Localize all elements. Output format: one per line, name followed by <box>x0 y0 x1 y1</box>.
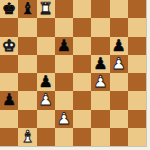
square-f5[interactable]: ♟ <box>91 55 109 73</box>
square-a7[interactable] <box>0 18 18 36</box>
square-g7[interactable] <box>110 18 128 36</box>
square-b8[interactable]: ♝ <box>18 0 36 18</box>
square-c1[interactable] <box>37 128 55 146</box>
piece-black-pawn[interactable]: ♟ <box>111 37 125 55</box>
chessboard-stage: ♚♝♜♚♟♟♟♟♟♟♟♟♟♝ <box>0 0 150 150</box>
square-f2[interactable] <box>91 110 109 128</box>
square-g6[interactable]: ♟ <box>110 37 128 55</box>
square-a5[interactable] <box>0 55 18 73</box>
piece-white-pawn[interactable]: ♟ <box>111 55 125 73</box>
square-d7[interactable] <box>55 18 73 36</box>
square-d1[interactable] <box>55 128 73 146</box>
square-h4[interactable] <box>128 73 146 91</box>
square-g3[interactable] <box>110 91 128 109</box>
square-a1[interactable] <box>0 128 18 146</box>
square-f1[interactable] <box>91 128 109 146</box>
square-h8[interactable] <box>128 0 146 18</box>
piece-white-king[interactable]: ♚ <box>2 37 16 55</box>
piece-white-pawn[interactable]: ♟ <box>93 73 107 91</box>
square-g1[interactable] <box>110 128 128 146</box>
square-f8[interactable] <box>91 0 109 18</box>
chessboard: ♚♝♜♚♟♟♟♟♟♟♟♟♟♝ <box>0 0 147 147</box>
piece-black-pawn[interactable]: ♟ <box>38 73 52 91</box>
square-c3[interactable]: ♟ <box>37 91 55 109</box>
square-a8[interactable]: ♚ <box>0 0 18 18</box>
square-b4[interactable] <box>18 73 36 91</box>
square-a3[interactable]: ♟ <box>0 91 18 109</box>
piece-black-bishop[interactable]: ♝ <box>20 0 34 18</box>
square-f7[interactable] <box>91 18 109 36</box>
square-h7[interactable] <box>128 18 146 36</box>
square-d2[interactable]: ♟ <box>55 110 73 128</box>
square-a4[interactable] <box>0 73 18 91</box>
square-c5[interactable] <box>37 55 55 73</box>
square-e5[interactable] <box>73 55 91 73</box>
square-b1[interactable]: ♝ <box>18 128 36 146</box>
square-c8[interactable]: ♜ <box>37 0 55 18</box>
square-g4[interactable] <box>110 73 128 91</box>
piece-white-pawn[interactable]: ♟ <box>38 91 52 109</box>
square-b6[interactable] <box>18 37 36 55</box>
piece-white-rook[interactable]: ♜ <box>38 0 52 18</box>
square-d8[interactable] <box>55 0 73 18</box>
square-c2[interactable] <box>37 110 55 128</box>
square-e3[interactable] <box>73 91 91 109</box>
square-b3[interactable] <box>18 91 36 109</box>
square-c4[interactable]: ♟ <box>37 73 55 91</box>
square-f3[interactable] <box>91 91 109 109</box>
square-h1[interactable] <box>128 128 146 146</box>
square-a6[interactable]: ♚ <box>0 37 18 55</box>
square-e7[interactable] <box>73 18 91 36</box>
piece-black-pawn[interactable]: ♟ <box>2 91 16 109</box>
square-a2[interactable] <box>0 110 18 128</box>
square-h3[interactable] <box>128 91 146 109</box>
square-b7[interactable] <box>18 18 36 36</box>
square-d3[interactable] <box>55 91 73 109</box>
square-g8[interactable] <box>110 0 128 18</box>
piece-white-bishop[interactable]: ♝ <box>20 128 34 146</box>
square-c6[interactable] <box>37 37 55 55</box>
square-e8[interactable] <box>73 0 91 18</box>
square-e1[interactable] <box>73 128 91 146</box>
square-h2[interactable] <box>128 110 146 128</box>
square-e6[interactable] <box>73 37 91 55</box>
square-h5[interactable] <box>128 55 146 73</box>
piece-black-king[interactable]: ♚ <box>2 0 16 18</box>
square-b5[interactable] <box>18 55 36 73</box>
square-e2[interactable] <box>73 110 91 128</box>
square-d4[interactable] <box>55 73 73 91</box>
square-b2[interactable] <box>18 110 36 128</box>
square-d6[interactable]: ♟ <box>55 37 73 55</box>
square-f4[interactable]: ♟ <box>91 73 109 91</box>
square-e4[interactable] <box>73 73 91 91</box>
square-h6[interactable] <box>128 37 146 55</box>
square-g5[interactable]: ♟ <box>110 55 128 73</box>
piece-white-pawn[interactable]: ♟ <box>57 110 71 128</box>
piece-black-pawn[interactable]: ♟ <box>57 37 71 55</box>
square-c7[interactable] <box>37 18 55 36</box>
square-f6[interactable] <box>91 37 109 55</box>
piece-black-pawn[interactable]: ♟ <box>93 55 107 73</box>
square-d5[interactable] <box>55 55 73 73</box>
square-g2[interactable] <box>110 110 128 128</box>
